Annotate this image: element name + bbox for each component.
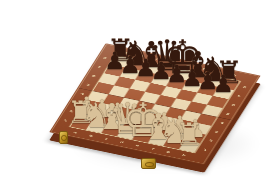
coordinate-label: a xyxy=(73,131,78,134)
coordinate-label: c xyxy=(104,138,108,141)
brass-clasp-front xyxy=(141,158,156,169)
coordinate-label: 5 xyxy=(225,112,230,115)
coordinate-label: 8 xyxy=(242,86,247,89)
coordinate-label: h xyxy=(181,154,186,157)
coordinate-label: 3 xyxy=(214,130,219,133)
coordinate-label: d xyxy=(119,141,124,144)
coordinate-label: 6 xyxy=(91,74,96,77)
coordinate-label: e xyxy=(186,64,191,67)
coordinate-label: 4 xyxy=(219,121,224,124)
coordinate-label: 2 xyxy=(208,139,213,142)
board-square xyxy=(179,140,200,152)
coordinate-label: f xyxy=(202,67,206,70)
coordinate-label: 3 xyxy=(74,101,79,104)
chess-set-photo: aa88bb77cc66dd55ee44ff33gg22hh11 ♜♞♝♛♚♝♞… xyxy=(0,0,270,180)
coordinate-label: b xyxy=(88,134,93,137)
coordinate-label: c xyxy=(155,58,159,61)
coordinate-label: 1 xyxy=(63,119,68,122)
brass-clasp-left xyxy=(59,131,68,144)
coordinate-label: 4 xyxy=(80,92,85,95)
coordinate-label: d xyxy=(170,61,175,64)
coordinate-label: f xyxy=(151,147,155,150)
coordinate-label: e xyxy=(135,144,140,147)
coordinate-label: 8 xyxy=(103,57,108,60)
coordinate-label: b xyxy=(139,54,144,57)
coordinate-label: h xyxy=(232,74,237,77)
coordinate-label: g xyxy=(166,150,171,153)
coordinate-label: a xyxy=(124,51,129,54)
coordinate-label: 5 xyxy=(86,83,91,86)
coordinate-label: 2 xyxy=(69,110,74,113)
board-playing-area xyxy=(70,55,239,152)
coordinate-label: g xyxy=(217,70,222,73)
coordinate-label: 7 xyxy=(236,95,241,98)
coordinate-label: 6 xyxy=(231,104,236,107)
coordinate-label: 1 xyxy=(203,148,208,151)
coordinate-label: 7 xyxy=(97,66,102,69)
